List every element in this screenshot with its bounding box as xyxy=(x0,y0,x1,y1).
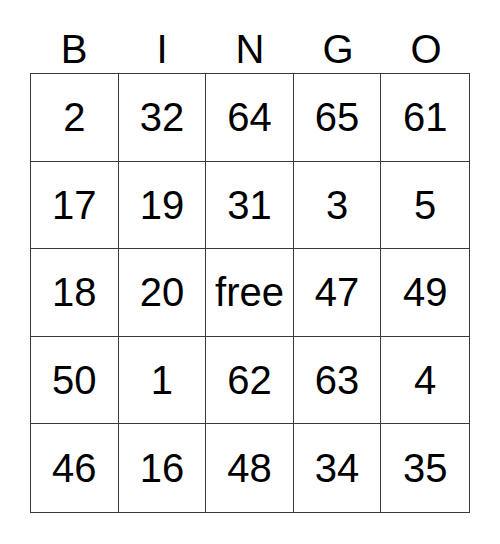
cell-r3c0[interactable]: 50 xyxy=(31,337,119,425)
header-letter-n: N xyxy=(206,29,294,73)
cell-r4c4[interactable]: 35 xyxy=(381,424,469,512)
header-letter-g: G xyxy=(294,29,382,73)
bingo-board: 2 32 64 65 61 17 19 31 3 5 18 20 free 47… xyxy=(30,73,470,513)
bingo-card: B I N G O 2 32 64 65 61 17 19 31 3 5 18 … xyxy=(30,0,470,513)
cell-r0c3[interactable]: 65 xyxy=(294,74,382,162)
cell-r4c1[interactable]: 16 xyxy=(119,424,207,512)
cell-r0c4[interactable]: 61 xyxy=(381,74,469,162)
header-letter-o: O xyxy=(382,29,470,73)
header-letter-b: B xyxy=(30,29,118,73)
header-letter-i: I xyxy=(118,29,206,73)
cell-r2c2-free[interactable]: free xyxy=(206,249,294,337)
cell-r3c1[interactable]: 1 xyxy=(119,337,207,425)
cell-r1c3[interactable]: 3 xyxy=(294,162,382,250)
cell-r3c2[interactable]: 62 xyxy=(206,337,294,425)
cell-r0c0[interactable]: 2 xyxy=(31,74,119,162)
cell-r1c4[interactable]: 5 xyxy=(381,162,469,250)
cell-r2c3[interactable]: 47 xyxy=(294,249,382,337)
cell-r0c1[interactable]: 32 xyxy=(119,74,207,162)
cell-r4c0[interactable]: 46 xyxy=(31,424,119,512)
cell-r4c2[interactable]: 48 xyxy=(206,424,294,512)
cell-r1c1[interactable]: 19 xyxy=(119,162,207,250)
cell-r2c1[interactable]: 20 xyxy=(119,249,207,337)
bingo-header: B I N G O xyxy=(30,0,470,73)
cell-r4c3[interactable]: 34 xyxy=(294,424,382,512)
cell-r2c0[interactable]: 18 xyxy=(31,249,119,337)
cell-r3c4[interactable]: 4 xyxy=(381,337,469,425)
cell-r1c2[interactable]: 31 xyxy=(206,162,294,250)
cell-r1c0[interactable]: 17 xyxy=(31,162,119,250)
cell-r3c3[interactable]: 63 xyxy=(294,337,382,425)
cell-r0c2[interactable]: 64 xyxy=(206,74,294,162)
cell-r2c4[interactable]: 49 xyxy=(381,249,469,337)
